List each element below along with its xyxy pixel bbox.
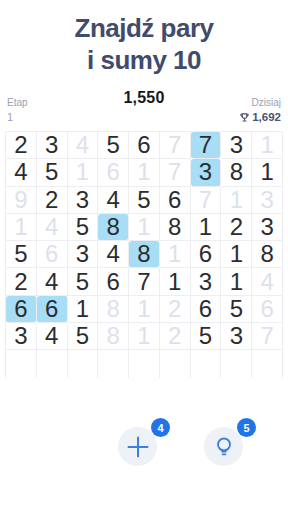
grid-cell[interactable]: 1 [252,159,283,186]
grid-cell[interactable]: 8 [129,241,160,268]
grid-cell[interactable]: 6 [191,241,222,268]
grid-cell[interactable]: 3 [191,268,222,295]
grid-cell[interactable]: 2 [160,296,191,323]
lightbulb-icon [212,435,236,459]
grid-cell [6,350,37,377]
grid-cell[interactable]: 7 [160,159,191,186]
grid-cell [191,350,222,377]
grid-cell[interactable]: 5 [68,323,99,350]
today-value: 1,692 [252,110,281,124]
grid-cell[interactable]: 7 [160,132,191,159]
grid-cell[interactable]: 8 [221,159,252,186]
grid-cell[interactable]: 1 [6,214,37,241]
grid-cell[interactable]: 3 [6,323,37,350]
grid-cell[interactable]: 4 [68,132,99,159]
grid-cell[interactable]: 1 [191,214,222,241]
grid-cell[interactable]: 5 [68,268,99,295]
today-label: Dzisiaj [239,97,281,109]
grid-cell[interactable]: 3 [221,323,252,350]
plus-icon [126,435,150,459]
grid-cell[interactable]: 7 [252,323,283,350]
grid-cell[interactable]: 1 [129,214,160,241]
hint-badge: 5 [237,418,256,437]
grid-cell[interactable]: 1 [221,268,252,295]
grid-cell[interactable]: 2 [6,132,37,159]
stage-label: Etap [7,97,28,109]
grid-cell[interactable]: 3 [37,132,68,159]
grid-cell[interactable]: 8 [98,214,129,241]
grid-cell[interactable]: 2 [6,268,37,295]
grid-cell[interactable]: 4 [6,159,37,186]
grid-cell[interactable]: 1 [68,159,99,186]
stage-value: 1 [7,110,28,124]
grid-cell[interactable]: 4 [37,214,68,241]
grid-cell [129,350,160,377]
grid-cell [98,350,129,377]
grid-cell[interactable]: 5 [6,241,37,268]
grid-cell[interactable]: 3 [68,187,99,214]
grid-cell[interactable]: 5 [68,214,99,241]
grid-cell[interactable]: 5 [221,296,252,323]
grid-cell [252,350,283,377]
grid-cell [221,350,252,377]
add-rows-button[interactable]: 4 [118,427,157,466]
grid-cell [160,350,191,377]
grid-cell[interactable]: 4 [37,268,68,295]
grid-cell[interactable]: 6 [98,268,129,295]
grid-cell[interactable]: 8 [98,296,129,323]
grid-cell[interactable]: 2 [160,323,191,350]
grid-cell[interactable]: 4 [37,323,68,350]
grid-cell[interactable]: 5 [129,187,160,214]
grid-cell[interactable]: 6 [252,296,283,323]
grid-cell[interactable]: 3 [252,187,283,214]
grid-cell[interactable]: 6 [160,187,191,214]
grid-cell[interactable]: 2 [37,187,68,214]
today-stat: Dzisiaj 1,692 [239,97,281,124]
grid-cell[interactable]: 3 [191,159,222,186]
grid-cell[interactable]: 2 [221,214,252,241]
hint-button[interactable]: 5 [204,427,243,466]
grid-cell[interactable]: 5 [98,132,129,159]
page-title: Znajdź pary i sumy 10 [0,12,288,76]
grid-cell[interactable]: 8 [160,214,191,241]
grid-cell[interactable]: 8 [98,323,129,350]
title-line1: Znajdź pary [0,12,288,44]
grid-cell[interactable]: 1 [160,241,191,268]
grid-cell[interactable]: 6 [129,132,160,159]
grid-cell[interactable]: 1 [221,187,252,214]
grid-cell[interactable]: 8 [252,241,283,268]
grid-cell[interactable]: 6 [191,296,222,323]
grid-cell[interactable]: 5 [191,323,222,350]
grid-cell[interactable]: 7 [191,132,222,159]
title-line2: i sumy 10 [0,44,288,76]
trophy-icon [239,112,250,123]
grid-cell[interactable]: 1 [221,241,252,268]
grid-cell[interactable]: 6 [37,296,68,323]
grid-cell[interactable]: 7 [191,187,222,214]
grid-cell[interactable]: 5 [37,159,68,186]
grid-cell [37,350,68,377]
grid-cell[interactable]: 3 [68,241,99,268]
grid-cell[interactable]: 7 [129,268,160,295]
grid-cell[interactable]: 9 [6,187,37,214]
grid-cell[interactable]: 1 [129,296,160,323]
grid-cell[interactable]: 1 [129,159,160,186]
grid-cell[interactable]: 6 [37,241,68,268]
grid-cell[interactable]: 4 [252,268,283,295]
add-rows-badge: 4 [151,418,170,437]
grid-cell[interactable]: 3 [252,214,283,241]
number-grid: 2345677314516173819234567131458181235634… [5,131,283,378]
grid-cell[interactable]: 1 [160,268,191,295]
grid-cell[interactable]: 1 [252,132,283,159]
stage-stat: Etap 1 [7,97,28,124]
grid-cell[interactable]: 4 [98,187,129,214]
grid-cell[interactable]: 3 [221,132,252,159]
grid-cell[interactable]: 1 [129,323,160,350]
grid-cell [68,350,99,377]
grid-cell[interactable]: 6 [98,159,129,186]
grid-cell[interactable]: 4 [98,241,129,268]
grid-cell[interactable]: 1 [68,296,99,323]
grid-cell[interactable]: 6 [6,296,37,323]
